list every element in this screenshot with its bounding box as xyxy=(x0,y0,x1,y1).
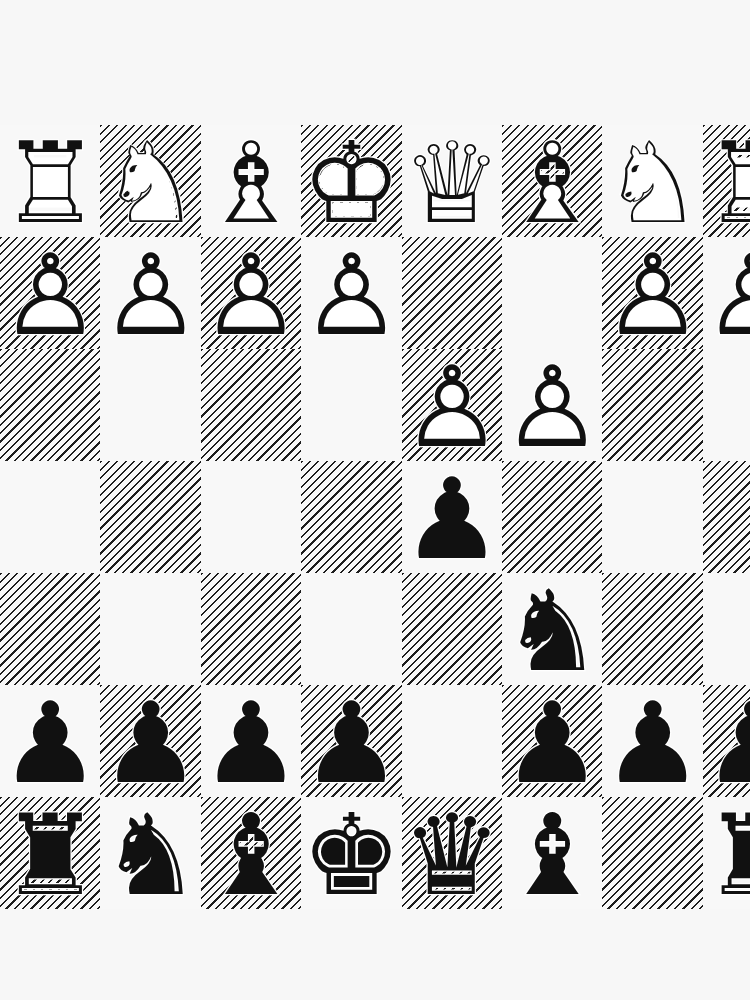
black-bishop-icon: ♝♝ xyxy=(502,799,602,911)
square-f8[interactable]: ♝♝ xyxy=(201,797,301,909)
white-pawn-icon: ♟︎♙ xyxy=(201,239,301,351)
square-d5[interactable]: ♟︎♟︎ xyxy=(402,461,502,573)
black-rook-icon: ♜♜ xyxy=(0,799,100,911)
square-d7[interactable] xyxy=(402,685,502,797)
square-d1[interactable]: ♛♕ xyxy=(402,125,502,237)
piece-outline-layer: ♕ xyxy=(402,118,502,248)
black-pawn-icon: ♟︎♟︎ xyxy=(0,687,100,799)
square-b4[interactable] xyxy=(602,349,702,461)
square-e7[interactable]: ♟︎♟︎ xyxy=(301,685,401,797)
square-c7[interactable]: ♟︎♟︎ xyxy=(502,685,602,797)
artwork-background: ♜♖♞♘♝♗♚♔♛♕♝♗♞♘♜♖♟︎♙♟︎♙♟︎♙♟︎♙♟︎♙♟︎♙♟︎♙♟︎♙… xyxy=(0,0,750,1000)
square-c8[interactable]: ♝♝ xyxy=(502,797,602,909)
white-pawn-icon: ♟︎♙ xyxy=(602,239,702,351)
square-f1[interactable]: ♝♗ xyxy=(201,125,301,237)
square-e6[interactable] xyxy=(301,573,401,685)
piece-outline-layer: ♖ xyxy=(0,118,100,248)
piece-outline-layer: ♙ xyxy=(201,230,301,360)
piece-outline-layer: ♗ xyxy=(201,118,301,248)
square-c5[interactable] xyxy=(502,461,602,573)
piece-outline-layer: ♙ xyxy=(0,230,100,360)
piece-outline-layer: ♔ xyxy=(301,118,401,248)
white-queen-icon: ♛♕ xyxy=(402,127,502,239)
white-rook-icon: ♜♖ xyxy=(0,127,100,239)
square-c2[interactable] xyxy=(502,237,602,349)
square-b1[interactable]: ♞♘ xyxy=(602,125,702,237)
square-g5[interactable] xyxy=(100,461,200,573)
square-h2[interactable]: ♟︎♙ xyxy=(0,237,100,349)
square-a7[interactable]: ♟︎♟︎ xyxy=(703,685,750,797)
piece-outline-layer: ♘ xyxy=(602,118,702,248)
square-h7[interactable]: ♟︎♟︎ xyxy=(0,685,100,797)
square-a2[interactable]: ♟︎♙ xyxy=(703,237,750,349)
white-bishop-icon: ♝♗ xyxy=(502,127,602,239)
square-d8[interactable]: ♛♛ xyxy=(402,797,502,909)
black-pawn-icon: ♟︎♟︎ xyxy=(100,687,200,799)
square-c6[interactable]: ♞♞ xyxy=(502,573,602,685)
white-pawn-icon: ♟︎♙ xyxy=(100,239,200,351)
piece-outline-layer: ♞ xyxy=(502,566,602,696)
piece-outline-layer: ♘ xyxy=(100,118,200,248)
white-bishop-icon: ♝♗ xyxy=(201,127,301,239)
white-pawn-icon: ♟︎♙ xyxy=(301,239,401,351)
piece-outline-layer: ♝ xyxy=(502,790,602,920)
piece-outline-layer: ♙ xyxy=(301,230,401,360)
black-pawn-icon: ♟︎♟︎ xyxy=(703,687,750,799)
square-g2[interactable]: ♟︎♙ xyxy=(100,237,200,349)
square-g4[interactable] xyxy=(100,349,200,461)
black-king-icon: ♚♚ xyxy=(301,799,401,911)
white-pawn-icon: ♟︎♙ xyxy=(0,239,100,351)
square-f6[interactable] xyxy=(201,573,301,685)
square-h4[interactable] xyxy=(0,349,100,461)
black-knight-icon: ♞♞ xyxy=(100,799,200,911)
square-e1[interactable]: ♚♔ xyxy=(301,125,401,237)
black-pawn-icon: ♟︎♟︎ xyxy=(602,687,702,799)
piece-outline-layer: ♛ xyxy=(402,790,502,920)
square-h8[interactable]: ♜♜ xyxy=(0,797,100,909)
piece-outline-layer: ♟︎ xyxy=(602,678,702,808)
square-a1[interactable]: ♜♖ xyxy=(703,125,750,237)
piece-outline-layer: ♟︎ xyxy=(301,678,401,808)
square-g6[interactable] xyxy=(100,573,200,685)
square-g1[interactable]: ♞♘ xyxy=(100,125,200,237)
piece-outline-layer: ♙ xyxy=(502,342,602,472)
square-g7[interactable]: ♟︎♟︎ xyxy=(100,685,200,797)
piece-outline-layer: ♖ xyxy=(703,118,750,248)
black-pawn-icon: ♟︎♟︎ xyxy=(502,687,602,799)
square-a4[interactable] xyxy=(703,349,750,461)
square-f5[interactable] xyxy=(201,461,301,573)
square-h1[interactable]: ♜♖ xyxy=(0,125,100,237)
black-pawn-icon: ♟︎♟︎ xyxy=(201,687,301,799)
square-h6[interactable] xyxy=(0,573,100,685)
piece-outline-layer: ♙ xyxy=(703,230,750,360)
black-pawn-icon: ♟︎♟︎ xyxy=(402,463,502,575)
piece-outline-layer: ♜ xyxy=(703,790,750,920)
square-e8[interactable]: ♚♚ xyxy=(301,797,401,909)
white-king-icon: ♚♔ xyxy=(301,127,401,239)
square-b5[interactable] xyxy=(602,461,702,573)
square-c4[interactable]: ♟︎♙ xyxy=(502,349,602,461)
square-f4[interactable] xyxy=(201,349,301,461)
piece-outline-layer: ♜ xyxy=(0,790,100,920)
square-b2[interactable]: ♟︎♙ xyxy=(602,237,702,349)
chess-board: ♜♖♞♘♝♗♚♔♛♕♝♗♞♘♜♖♟︎♙♟︎♙♟︎♙♟︎♙♟︎♙♟︎♙♟︎♙♟︎♙… xyxy=(0,125,750,875)
square-h5[interactable] xyxy=(0,461,100,573)
square-c1[interactable]: ♝♗ xyxy=(502,125,602,237)
white-knight-icon: ♞♘ xyxy=(602,127,702,239)
white-pawn-icon: ♟︎♙ xyxy=(502,351,602,463)
square-e4[interactable] xyxy=(301,349,401,461)
piece-outline-layer: ♚ xyxy=(301,790,401,920)
piece-outline-layer: ♗ xyxy=(502,118,602,248)
white-pawn-icon: ♟︎♙ xyxy=(703,239,750,351)
black-queen-icon: ♛♛ xyxy=(402,799,502,911)
white-rook-icon: ♜♖ xyxy=(703,127,750,239)
piece-outline-layer: ♟︎ xyxy=(703,678,750,808)
piece-outline-layer: ♟︎ xyxy=(201,678,301,808)
square-a8[interactable]: ♜♜ xyxy=(703,797,750,909)
piece-outline-layer: ♙ xyxy=(402,342,502,472)
square-d4[interactable]: ♟︎♙ xyxy=(402,349,502,461)
black-rook-icon: ♜♜ xyxy=(703,799,750,911)
piece-outline-layer: ♟︎ xyxy=(402,454,502,584)
piece-outline-layer: ♟︎ xyxy=(502,678,602,808)
square-b7[interactable]: ♟︎♟︎ xyxy=(602,685,702,797)
square-f2[interactable]: ♟︎♙ xyxy=(201,237,301,349)
piece-outline-layer: ♟︎ xyxy=(0,678,100,808)
square-a6[interactable] xyxy=(703,573,750,685)
square-e5[interactable] xyxy=(301,461,401,573)
piece-outline-layer: ♙ xyxy=(602,230,702,360)
black-knight-icon: ♞♞ xyxy=(502,575,602,687)
square-b6[interactable] xyxy=(602,573,702,685)
piece-outline-layer: ♟︎ xyxy=(100,678,200,808)
black-bishop-icon: ♝♝ xyxy=(201,799,301,911)
square-b8[interactable] xyxy=(602,797,702,909)
square-d2[interactable] xyxy=(402,237,502,349)
piece-outline-layer: ♝ xyxy=(201,790,301,920)
square-e2[interactable]: ♟︎♙ xyxy=(301,237,401,349)
piece-outline-layer: ♙ xyxy=(100,230,200,360)
white-knight-icon: ♞♘ xyxy=(100,127,200,239)
square-f7[interactable]: ♟︎♟︎ xyxy=(201,685,301,797)
square-g8[interactable]: ♞♞ xyxy=(100,797,200,909)
white-pawn-icon: ♟︎♙ xyxy=(402,351,502,463)
square-d6[interactable] xyxy=(402,573,502,685)
piece-outline-layer: ♞ xyxy=(100,790,200,920)
black-pawn-icon: ♟︎♟︎ xyxy=(301,687,401,799)
square-a5[interactable] xyxy=(703,461,750,573)
